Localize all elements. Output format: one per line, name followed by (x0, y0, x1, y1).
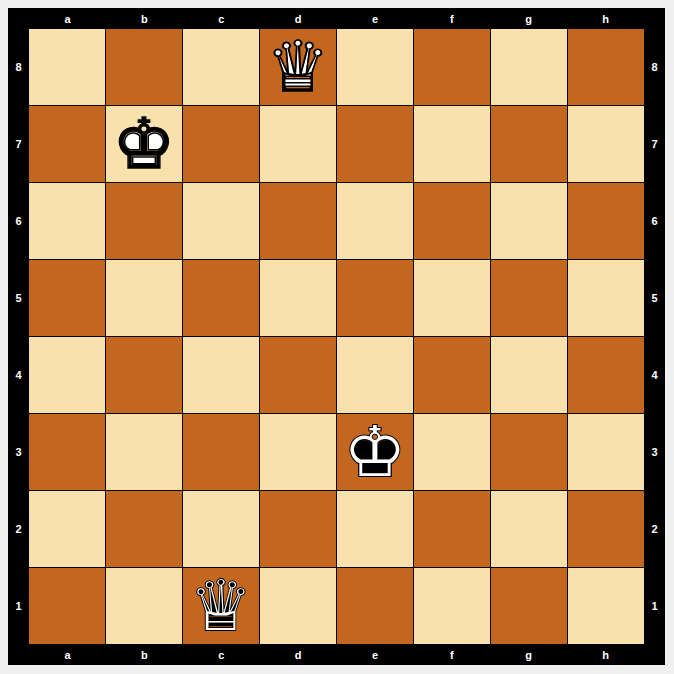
rank-label-5: 5 (8, 260, 29, 337)
square-c2[interactable] (183, 491, 259, 567)
black-king-glyph-outline: ♔ (337, 414, 413, 490)
square-c6[interactable] (183, 183, 259, 259)
file-label-c: c (183, 8, 260, 29)
file-label-a: a (29, 8, 106, 29)
square-g4[interactable] (491, 337, 567, 413)
square-f5[interactable] (414, 260, 490, 336)
square-d7[interactable] (260, 106, 336, 182)
square-e3[interactable]: ♚♔ (337, 414, 413, 490)
rank-label-4: 4 (8, 337, 29, 414)
rank-label-2: 2 (644, 490, 665, 567)
file-label-h: h (567, 8, 644, 29)
square-b6[interactable] (106, 183, 182, 259)
white-queen[interactable]: ♛♕ (260, 29, 336, 105)
file-label-g: g (490, 8, 567, 29)
white-king[interactable]: ♚♔ (106, 106, 182, 182)
rank-label-6: 6 (644, 183, 665, 260)
square-a4[interactable] (29, 337, 105, 413)
square-h1[interactable] (568, 568, 644, 644)
square-h5[interactable] (568, 260, 644, 336)
frame-corner-top-left (8, 8, 29, 29)
square-f7[interactable] (414, 106, 490, 182)
square-a7[interactable] (29, 106, 105, 182)
black-queen-glyph-outline: ♕ (183, 568, 259, 644)
square-g7[interactable] (491, 106, 567, 182)
black-queen-glyph-fill: ♛ (183, 568, 259, 644)
file-label-f: f (413, 644, 490, 665)
file-label-d: d (260, 8, 337, 29)
white-queen-glyph-outline: ♕ (260, 29, 336, 105)
square-e2[interactable] (337, 491, 413, 567)
square-g5[interactable] (491, 260, 567, 336)
black-queen[interactable]: ♛♕ (183, 568, 259, 644)
white-queen-glyph-fill: ♛ (260, 29, 336, 105)
square-a5[interactable] (29, 260, 105, 336)
square-e6[interactable] (337, 183, 413, 259)
square-b7[interactable]: ♚♔ (106, 106, 182, 182)
rank-label-1: 1 (644, 567, 665, 644)
square-f1[interactable] (414, 568, 490, 644)
rank-label-2: 2 (8, 490, 29, 567)
square-f4[interactable] (414, 337, 490, 413)
frame-corner-bottom-left (8, 644, 29, 665)
square-d1[interactable] (260, 568, 336, 644)
square-f3[interactable] (414, 414, 490, 490)
square-h8[interactable] (568, 29, 644, 105)
square-b2[interactable] (106, 491, 182, 567)
square-f2[interactable] (414, 491, 490, 567)
chessboard: ♛♕♚♔♚♔♛♕ (29, 29, 644, 644)
file-label-d: d (260, 644, 337, 665)
square-g3[interactable] (491, 414, 567, 490)
frame-corner-top-right (644, 8, 665, 29)
rank-label-7: 7 (644, 106, 665, 183)
square-c3[interactable] (183, 414, 259, 490)
square-c4[interactable] (183, 337, 259, 413)
square-h2[interactable] (568, 491, 644, 567)
rank-labels-right: 87654321 (644, 29, 665, 644)
file-label-g: g (490, 644, 567, 665)
square-c7[interactable] (183, 106, 259, 182)
square-a6[interactable] (29, 183, 105, 259)
square-a8[interactable] (29, 29, 105, 105)
rank-label-1: 1 (8, 567, 29, 644)
white-king-glyph-fill: ♚ (106, 106, 182, 182)
rank-labels-left: 87654321 (8, 29, 29, 644)
file-label-h: h (567, 644, 644, 665)
square-g8[interactable] (491, 29, 567, 105)
square-h7[interactable] (568, 106, 644, 182)
rank-label-6: 6 (8, 183, 29, 260)
square-b4[interactable] (106, 337, 182, 413)
file-label-b: b (106, 8, 183, 29)
square-h4[interactable] (568, 337, 644, 413)
file-label-e: e (337, 8, 414, 29)
rank-label-7: 7 (8, 106, 29, 183)
square-a3[interactable] (29, 414, 105, 490)
rank-label-8: 8 (644, 29, 665, 106)
rank-label-3: 3 (644, 413, 665, 490)
square-d8[interactable]: ♛♕ (260, 29, 336, 105)
square-d3[interactable] (260, 414, 336, 490)
square-e8[interactable] (337, 29, 413, 105)
square-c5[interactable] (183, 260, 259, 336)
square-d4[interactable] (260, 337, 336, 413)
square-d6[interactable] (260, 183, 336, 259)
frame-corner-bottom-right (644, 644, 665, 665)
square-d5[interactable] (260, 260, 336, 336)
square-e5[interactable] (337, 260, 413, 336)
file-labels-bottom: abcdefgh (29, 644, 644, 665)
black-king-glyph-fill: ♚ (337, 414, 413, 490)
square-g6[interactable] (491, 183, 567, 259)
file-labels-top: abcdefgh (29, 8, 644, 29)
black-king[interactable]: ♚♔ (337, 414, 413, 490)
rank-label-8: 8 (8, 29, 29, 106)
square-b5[interactable] (106, 260, 182, 336)
square-d2[interactable] (260, 491, 336, 567)
page-background: abcdefgh 87654321 ♛♕♚♔♚♔♛♕ 87654321 abcd… (0, 0, 674, 674)
chessboard-frame: abcdefgh 87654321 ♛♕♚♔♚♔♛♕ 87654321 abcd… (8, 8, 665, 665)
square-e1[interactable] (337, 568, 413, 644)
square-g1[interactable] (491, 568, 567, 644)
file-label-c: c (183, 644, 260, 665)
square-e7[interactable] (337, 106, 413, 182)
square-b1[interactable] (106, 568, 182, 644)
file-label-f: f (413, 8, 490, 29)
white-king-glyph-outline: ♔ (106, 106, 182, 182)
square-a1[interactable] (29, 568, 105, 644)
square-a2[interactable] (29, 491, 105, 567)
file-label-a: a (29, 644, 106, 665)
square-h3[interactable] (568, 414, 644, 490)
square-h6[interactable] (568, 183, 644, 259)
rank-label-5: 5 (644, 260, 665, 337)
square-f6[interactable] (414, 183, 490, 259)
square-c1[interactable]: ♛♕ (183, 568, 259, 644)
file-label-b: b (106, 644, 183, 665)
rank-label-3: 3 (8, 413, 29, 490)
square-g2[interactable] (491, 491, 567, 567)
rank-label-4: 4 (644, 337, 665, 414)
square-b3[interactable] (106, 414, 182, 490)
file-label-e: e (337, 644, 414, 665)
square-f8[interactable] (414, 29, 490, 105)
square-c8[interactable] (183, 29, 259, 105)
square-e4[interactable] (337, 337, 413, 413)
square-b8[interactable] (106, 29, 182, 105)
